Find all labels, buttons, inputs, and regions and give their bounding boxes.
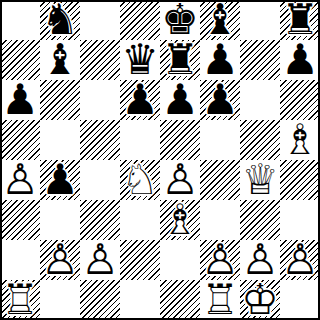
square-e3[interactable]: ♝♗ [160, 200, 200, 240]
piece-glyph: ♜ [160, 40, 200, 80]
piece-black-pawn[interactable]: ♟♟ [280, 40, 320, 80]
piece-glyph: ♞ [40, 0, 80, 40]
square-f1[interactable]: ♜♖ [200, 280, 240, 320]
piece-black-pawn[interactable]: ♟♟ [200, 40, 240, 80]
piece-white-rook[interactable]: ♜♖ [200, 280, 240, 320]
piece-white-bishop[interactable]: ♝♗ [160, 200, 200, 240]
square-a1[interactable]: ♜♖ [0, 280, 40, 320]
square-g2[interactable]: ♟♙ [240, 240, 280, 280]
piece-white-knight[interactable]: ♞♘ [120, 160, 160, 200]
square-c3[interactable] [80, 200, 120, 240]
square-f2[interactable]: ♟♙ [200, 240, 240, 280]
piece-glyph: ♙ [0, 160, 40, 200]
square-h1[interactable] [280, 280, 320, 320]
square-c6[interactable] [80, 80, 120, 120]
square-e5[interactable] [160, 120, 200, 160]
piece-glyph: ♖ [200, 280, 240, 320]
square-a3[interactable] [0, 200, 40, 240]
piece-glyph: ♟ [280, 40, 320, 80]
square-b1[interactable] [40, 280, 80, 320]
piece-white-rook[interactable]: ♜♖ [0, 280, 40, 320]
square-b3[interactable] [40, 200, 80, 240]
square-g7[interactable] [240, 40, 280, 80]
square-b6[interactable] [40, 80, 80, 120]
square-d1[interactable] [120, 280, 160, 320]
square-d5[interactable] [120, 120, 160, 160]
square-c5[interactable] [80, 120, 120, 160]
piece-glyph: ♝ [200, 0, 240, 40]
square-h6[interactable] [280, 80, 320, 120]
square-h3[interactable] [280, 200, 320, 240]
piece-white-pawn[interactable]: ♟♙ [40, 240, 80, 280]
square-f7[interactable]: ♟♟ [200, 40, 240, 80]
square-e8[interactable]: ♚♚ [160, 0, 200, 40]
piece-glyph: ♙ [160, 160, 200, 200]
piece-glyph: ♘ [120, 160, 160, 200]
square-c8[interactable] [80, 0, 120, 40]
piece-black-queen[interactable]: ♛♛ [120, 40, 160, 80]
piece-glyph: ♙ [280, 240, 320, 280]
piece-glyph: ♖ [0, 280, 40, 320]
square-h7[interactable]: ♟♟ [280, 40, 320, 80]
square-d3[interactable] [120, 200, 160, 240]
square-c7[interactable] [80, 40, 120, 80]
square-d4[interactable]: ♞♘ [120, 160, 160, 200]
square-a8[interactable] [0, 0, 40, 40]
piece-glyph: ♟ [40, 160, 80, 200]
piece-white-pawn[interactable]: ♟♙ [80, 240, 120, 280]
square-g8[interactable] [240, 0, 280, 40]
square-g3[interactable] [240, 200, 280, 240]
square-g5[interactable] [240, 120, 280, 160]
piece-white-pawn[interactable]: ♟♙ [240, 240, 280, 280]
square-b7[interactable]: ♝♝ [40, 40, 80, 80]
piece-glyph: ♝ [40, 40, 80, 80]
square-e7[interactable]: ♜♜ [160, 40, 200, 80]
piece-white-pawn[interactable]: ♟♙ [160, 160, 200, 200]
piece-black-bishop[interactable]: ♝♝ [200, 0, 240, 40]
piece-glyph: ♗ [280, 120, 320, 160]
square-d2[interactable] [120, 240, 160, 280]
square-a5[interactable] [0, 120, 40, 160]
square-b8[interactable]: ♞♞ [40, 0, 80, 40]
piece-black-pawn[interactable]: ♟♟ [0, 80, 40, 120]
piece-white-pawn[interactable]: ♟♙ [200, 240, 240, 280]
piece-glyph: ♟ [120, 80, 160, 120]
piece-black-rook[interactable]: ♜♜ [280, 0, 320, 40]
square-e1[interactable] [160, 280, 200, 320]
square-d6[interactable]: ♟♟ [120, 80, 160, 120]
square-b5[interactable] [40, 120, 80, 160]
square-h5[interactable]: ♝♗ [280, 120, 320, 160]
square-a4[interactable]: ♟♙ [0, 160, 40, 200]
piece-glyph: ♕ [240, 160, 280, 200]
square-g6[interactable] [240, 80, 280, 120]
piece-glyph: ♟ [160, 80, 200, 120]
piece-glyph: ♙ [80, 240, 120, 280]
square-e2[interactable] [160, 240, 200, 280]
piece-glyph: ♟ [0, 80, 40, 120]
piece-black-pawn[interactable]: ♟♟ [200, 80, 240, 120]
square-c4[interactable] [80, 160, 120, 200]
piece-black-king[interactable]: ♚♚ [160, 0, 200, 40]
piece-black-bishop[interactable]: ♝♝ [40, 40, 80, 80]
piece-glyph: ♗ [160, 200, 200, 240]
square-g4[interactable]: ♛♕ [240, 160, 280, 200]
square-h4[interactable] [280, 160, 320, 200]
square-f3[interactable] [200, 200, 240, 240]
square-b4[interactable]: ♟♟ [40, 160, 80, 200]
square-d7[interactable]: ♛♛ [120, 40, 160, 80]
piece-glyph: ♙ [40, 240, 80, 280]
square-b2[interactable]: ♟♙ [40, 240, 80, 280]
square-f4[interactable] [200, 160, 240, 200]
square-f8[interactable]: ♝♝ [200, 0, 240, 40]
square-f6[interactable]: ♟♟ [200, 80, 240, 120]
piece-white-pawn[interactable]: ♟♙ [280, 240, 320, 280]
square-h2[interactable]: ♟♙ [280, 240, 320, 280]
piece-glyph: ♟ [200, 40, 240, 80]
square-a6[interactable]: ♟♟ [0, 80, 40, 120]
piece-black-pawn[interactable]: ♟♟ [160, 80, 200, 120]
square-d8[interactable] [120, 0, 160, 40]
piece-white-queen[interactable]: ♛♕ [240, 160, 280, 200]
square-a2[interactable] [0, 240, 40, 280]
piece-black-pawn[interactable]: ♟♟ [40, 160, 80, 200]
piece-glyph: ♙ [200, 240, 240, 280]
square-g1[interactable]: ♚♔ [240, 280, 280, 320]
piece-glyph: ♜ [280, 0, 320, 40]
piece-glyph: ♙ [240, 240, 280, 280]
chess-board: ♞♞♚♚♝♝♜♜♝♝♛♛♜♜♟♟♟♟♟♟♟♟♟♟♟♟♝♗♟♙♟♟♞♘♟♙♛♕♝♗… [0, 0, 320, 320]
square-e6[interactable]: ♟♟ [160, 80, 200, 120]
piece-white-king[interactable]: ♚♔ [240, 280, 280, 320]
piece-glyph: ♔ [240, 280, 280, 320]
square-c2[interactable]: ♟♙ [80, 240, 120, 280]
piece-white-pawn[interactable]: ♟♙ [0, 160, 40, 200]
piece-black-rook[interactable]: ♜♜ [160, 40, 200, 80]
piece-glyph: ♛ [120, 40, 160, 80]
piece-black-knight[interactable]: ♞♞ [40, 0, 80, 40]
square-e4[interactable]: ♟♙ [160, 160, 200, 200]
square-f5[interactable] [200, 120, 240, 160]
piece-glyph: ♚ [160, 0, 200, 40]
square-a7[interactable] [0, 40, 40, 80]
piece-black-pawn[interactable]: ♟♟ [120, 80, 160, 120]
square-h8[interactable]: ♜♜ [280, 0, 320, 40]
piece-glyph: ♟ [200, 80, 240, 120]
piece-white-bishop[interactable]: ♝♗ [280, 120, 320, 160]
square-c1[interactable] [80, 280, 120, 320]
